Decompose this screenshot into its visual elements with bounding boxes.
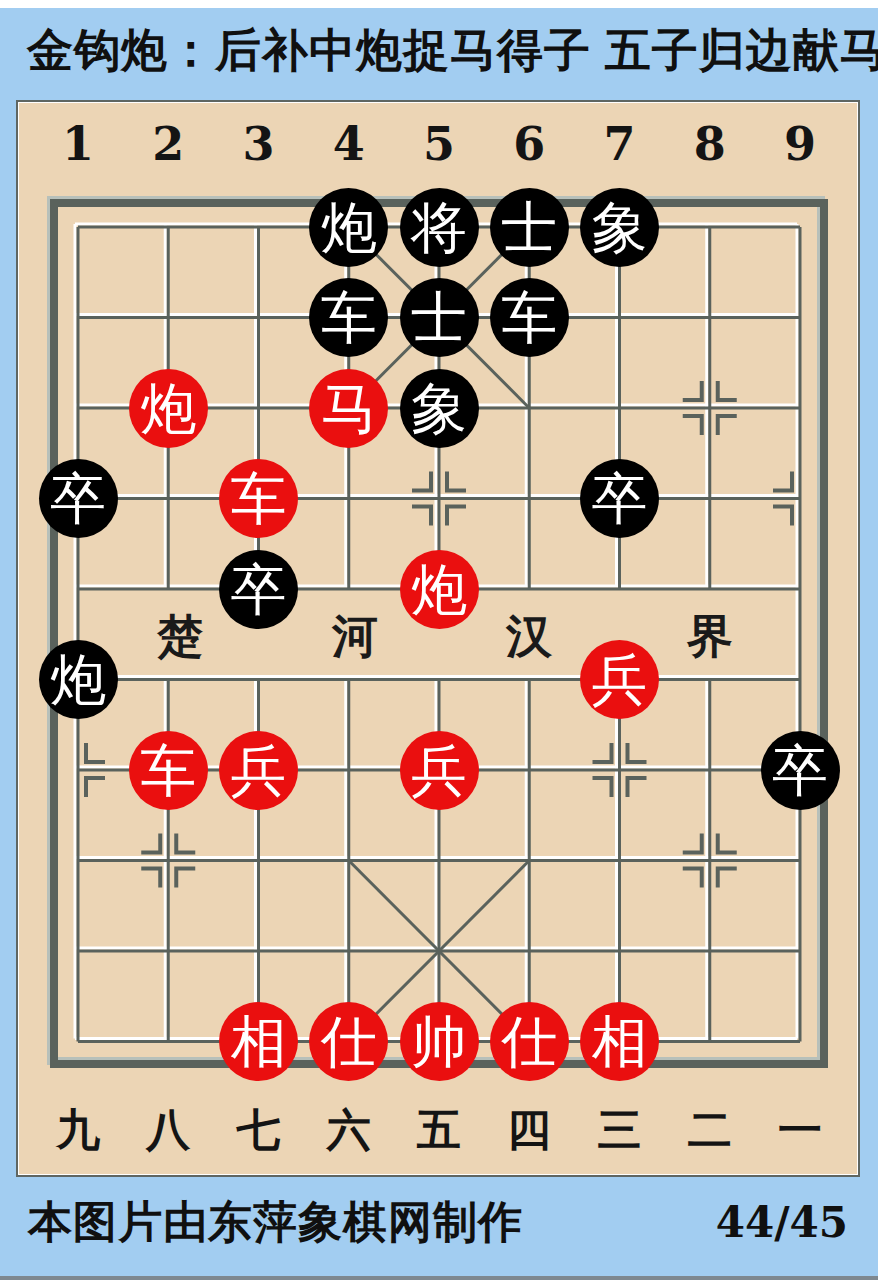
piece-black-车-f4r2: 车 — [309, 278, 388, 357]
piece-black-士-f6r1: 士 — [490, 188, 569, 267]
piece-red-炮-f2r3: 炮 — [129, 369, 208, 448]
top-coordinate: 9 — [755, 112, 845, 176]
piece-black-炮-f4r1: 炮 — [309, 188, 388, 267]
top-coordinate: 1 — [33, 112, 123, 176]
page: { "game": "xiangqi", "title": "金钩炮：后补中炮捉… — [0, 0, 878, 1280]
top-white-strip — [0, 0, 878, 8]
piece-black-象-f7r1: 象 — [580, 188, 659, 267]
piece-black-将-f5r1: 将 — [400, 188, 479, 267]
bottom-coordinate: 四 — [484, 1098, 574, 1162]
piece-red-相-f3r10: 相 — [219, 1002, 298, 1081]
page-title: 金钩炮：后补中炮捉马得子 五子归边献马强 — [27, 20, 878, 80]
bottom-coordinate: 九 — [33, 1098, 123, 1162]
bottom-gray-strip — [0, 1276, 878, 1280]
bottom-coordinates: 九八七六五四三二一 — [33, 1098, 845, 1162]
piece-red-车-f2r7: 车 — [129, 731, 208, 810]
bottom-coordinate: 七 — [213, 1098, 303, 1162]
bottom-coordinate: 六 — [304, 1098, 394, 1162]
piece-red-炮-f5r5: 炮 — [400, 550, 479, 629]
piece-red-仕-f4r10: 仕 — [309, 1002, 388, 1081]
top-coordinate: 5 — [394, 112, 484, 176]
piece-black-车-f6r2: 车 — [490, 278, 569, 357]
piece-red-仕-f6r10: 仕 — [490, 1002, 569, 1081]
top-coordinates: 123456789 — [33, 112, 845, 176]
xiangqi-board: 123456789 楚河汉界 炮将士象车士车炮马象卒车卒卒炮炮兵车兵兵卒相仕帅仕… — [16, 100, 860, 1177]
bottom-coordinate: 八 — [123, 1098, 213, 1162]
footer-credit: 本图片由东萍象棋网制作 — [28, 1192, 523, 1252]
piece-black-卒-f7r4: 卒 — [580, 459, 659, 538]
piece-black-士-f5r2: 士 — [400, 278, 479, 357]
top-coordinate: 3 — [213, 112, 303, 176]
piece-black-卒-f1r4: 卒 — [39, 459, 118, 538]
top-coordinate: 4 — [304, 112, 394, 176]
piece-red-马-f4r3: 马 — [309, 369, 388, 448]
piece-red-兵-f7r6: 兵 — [580, 640, 659, 719]
top-coordinate: 6 — [484, 112, 574, 176]
bottom-coordinate: 二 — [665, 1098, 755, 1162]
piece-red-帅-f5r10: 帅 — [400, 1002, 479, 1081]
piece-black-卒-f9r7: 卒 — [761, 731, 840, 810]
piece-red-兵-f5r7: 兵 — [400, 731, 479, 810]
bottom-coordinate: 三 — [574, 1098, 664, 1162]
piece-black-炮-f1r6: 炮 — [39, 640, 118, 719]
top-coordinate: 2 — [123, 112, 213, 176]
page-indicator: 44/45 — [716, 1194, 848, 1252]
piece-red-相-f7r10: 相 — [580, 1002, 659, 1081]
piece-black-象-f5r3: 象 — [400, 369, 479, 448]
top-coordinate: 8 — [665, 112, 755, 176]
pieces-grid: 炮将士象车士车炮马象卒车卒卒炮炮兵车兵兵卒相仕帅仕相 — [33, 182, 845, 1087]
bottom-coordinate: 一 — [755, 1098, 845, 1162]
bottom-coordinate: 五 — [394, 1098, 484, 1162]
piece-black-卒-f3r5: 卒 — [219, 550, 298, 629]
top-coordinate: 7 — [574, 112, 664, 176]
piece-red-车-f3r4: 车 — [219, 459, 298, 538]
piece-red-兵-f3r7: 兵 — [219, 731, 298, 810]
